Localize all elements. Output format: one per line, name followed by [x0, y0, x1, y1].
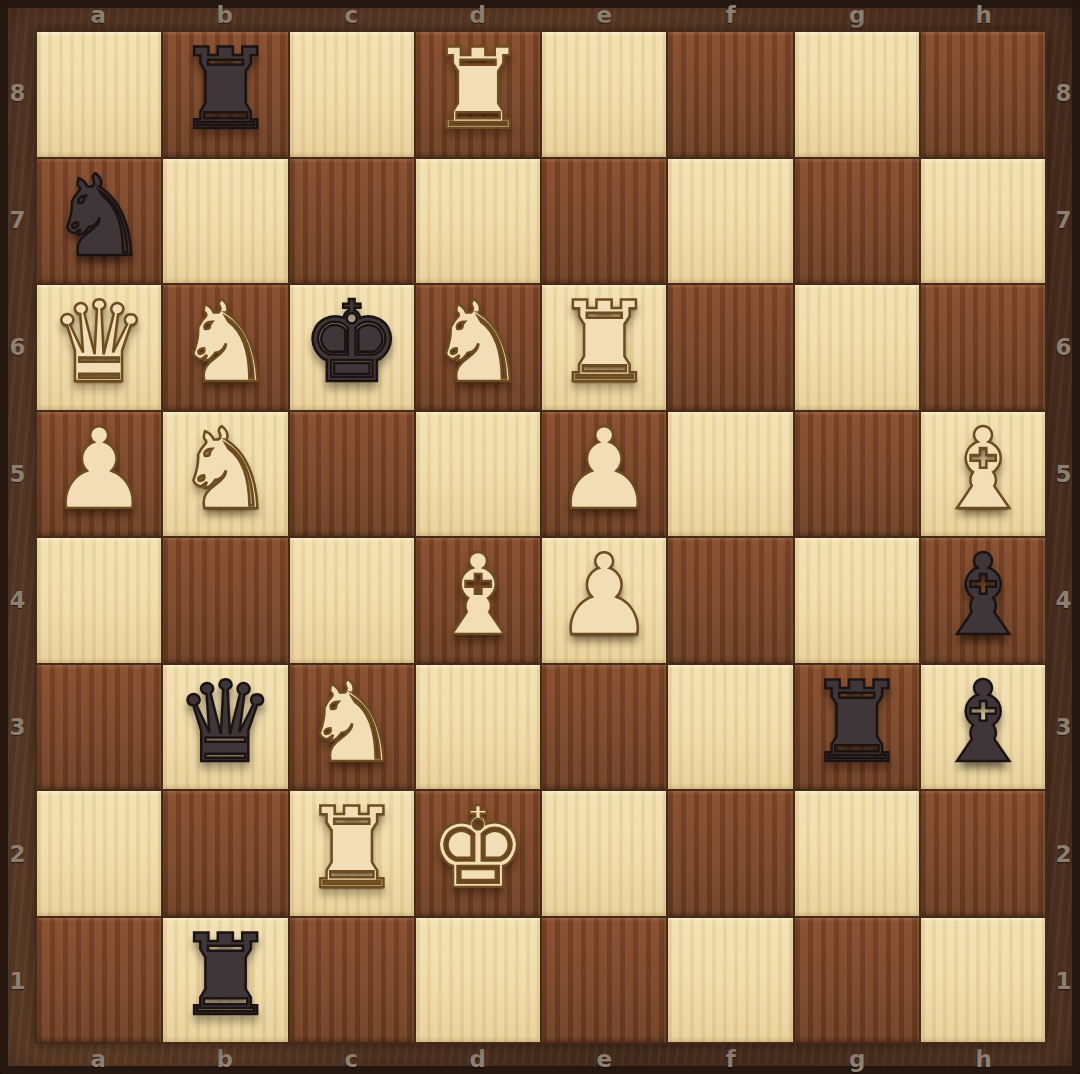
square-d7[interactable]: [416, 159, 540, 284]
square-g1[interactable]: [795, 918, 919, 1043]
square-f4[interactable]: [668, 538, 792, 663]
chess-board: ♜♜♞♛♞♚♞♜♟♞♟♝♝♟♝♛♞♜♝♜♚♜: [35, 30, 1047, 1044]
piece-white-knight[interactable]: ♞: [175, 413, 275, 525]
square-e5[interactable]: ♟: [542, 412, 666, 537]
file-label-e: e: [541, 1044, 668, 1074]
square-g5[interactable]: [795, 412, 919, 537]
piece-black-knight[interactable]: ♞: [49, 160, 149, 272]
piece-black-rook[interactable]: ♜: [806, 666, 906, 778]
piece-white-pawn[interactable]: ♟: [554, 413, 654, 525]
file-label-c: c: [288, 0, 415, 30]
file-label-b: b: [162, 1044, 289, 1074]
square-f6[interactable]: [668, 285, 792, 410]
rank-label-7: 7: [0, 157, 35, 284]
square-a8[interactable]: [37, 32, 161, 157]
square-a7[interactable]: ♞: [37, 159, 161, 284]
rank-label-5: 5: [0, 410, 35, 537]
piece-black-bishop[interactable]: ♝: [933, 539, 1033, 651]
piece-white-king[interactable]: ♚: [428, 792, 528, 904]
piece-black-king[interactable]: ♚: [301, 286, 401, 398]
square-e4[interactable]: ♟: [542, 538, 666, 663]
piece-white-bishop[interactable]: ♝: [428, 539, 528, 651]
square-c2[interactable]: ♜: [290, 791, 414, 916]
square-d5[interactable]: [416, 412, 540, 537]
square-a4[interactable]: [37, 538, 161, 663]
rank-label-2: 2: [0, 791, 35, 918]
file-labels-bottom: abcdefgh: [35, 1044, 1047, 1074]
rank-label-4: 4: [1047, 537, 1080, 664]
square-g2[interactable]: [795, 791, 919, 916]
rank-label-8: 8: [0, 30, 35, 157]
piece-black-rook[interactable]: ♜: [175, 919, 275, 1031]
piece-white-rook[interactable]: ♜: [301, 792, 401, 904]
square-c4[interactable]: [290, 538, 414, 663]
square-h5[interactable]: ♝: [921, 412, 1045, 537]
piece-white-bishop[interactable]: ♝: [933, 413, 1033, 525]
square-h7[interactable]: [921, 159, 1045, 284]
rank-label-4: 4: [0, 537, 35, 664]
square-b5[interactable]: ♞: [163, 412, 287, 537]
square-b8[interactable]: ♜: [163, 32, 287, 157]
square-c1[interactable]: [290, 918, 414, 1043]
square-h8[interactable]: [921, 32, 1045, 157]
piece-white-knight[interactable]: ♞: [428, 286, 528, 398]
file-label-e: e: [541, 0, 668, 30]
piece-black-queen[interactable]: ♛: [175, 666, 275, 778]
square-c8[interactable]: [290, 32, 414, 157]
square-d2[interactable]: ♚: [416, 791, 540, 916]
piece-white-knight[interactable]: ♞: [301, 666, 401, 778]
square-g3[interactable]: ♜: [795, 665, 919, 790]
square-g8[interactable]: [795, 32, 919, 157]
piece-white-pawn[interactable]: ♟: [49, 413, 149, 525]
piece-white-queen[interactable]: ♛: [49, 286, 149, 398]
square-c6[interactable]: ♚: [290, 285, 414, 410]
square-f2[interactable]: [668, 791, 792, 916]
square-e7[interactable]: [542, 159, 666, 284]
piece-black-bishop[interactable]: ♝: [933, 666, 1033, 778]
square-e8[interactable]: [542, 32, 666, 157]
square-b1[interactable]: ♜: [163, 918, 287, 1043]
square-e6[interactable]: ♜: [542, 285, 666, 410]
square-a1[interactable]: [37, 918, 161, 1043]
piece-white-knight[interactable]: ♞: [175, 286, 275, 398]
square-a2[interactable]: [37, 791, 161, 916]
square-g4[interactable]: [795, 538, 919, 663]
piece-white-pawn[interactable]: ♟: [554, 539, 654, 651]
rank-labels-left: 87654321: [0, 30, 35, 1044]
square-d3[interactable]: [416, 665, 540, 790]
square-e2[interactable]: [542, 791, 666, 916]
square-g7[interactable]: [795, 159, 919, 284]
square-a5[interactable]: ♟: [37, 412, 161, 537]
square-b4[interactable]: [163, 538, 287, 663]
square-c7[interactable]: [290, 159, 414, 284]
square-f5[interactable]: [668, 412, 792, 537]
square-b2[interactable]: [163, 791, 287, 916]
square-h2[interactable]: [921, 791, 1045, 916]
file-label-a: a: [35, 1044, 162, 1074]
square-b7[interactable]: [163, 159, 287, 284]
rank-label-5: 5: [1047, 410, 1080, 537]
square-a3[interactable]: [37, 665, 161, 790]
square-h3[interactable]: ♝: [921, 665, 1045, 790]
rank-label-1: 1: [0, 917, 35, 1044]
square-a6[interactable]: ♛: [37, 285, 161, 410]
square-c5[interactable]: [290, 412, 414, 537]
square-d6[interactable]: ♞: [416, 285, 540, 410]
square-e3[interactable]: [542, 665, 666, 790]
rank-label-3: 3: [0, 664, 35, 791]
file-label-g: g: [794, 0, 921, 30]
square-b6[interactable]: ♞: [163, 285, 287, 410]
square-f3[interactable]: [668, 665, 792, 790]
rank-label-3: 3: [1047, 664, 1080, 791]
rank-label-8: 8: [1047, 30, 1080, 157]
piece-white-rook[interactable]: ♜: [428, 33, 528, 145]
file-label-d: d: [415, 1044, 542, 1074]
rank-label-7: 7: [1047, 157, 1080, 284]
file-label-a: a: [35, 0, 162, 30]
rank-label-6: 6: [0, 284, 35, 411]
file-label-h: h: [921, 1044, 1048, 1074]
file-label-c: c: [288, 1044, 415, 1074]
piece-black-rook[interactable]: ♜: [175, 33, 275, 145]
rank-label-6: 6: [1047, 284, 1080, 411]
rank-label-2: 2: [1047, 791, 1080, 918]
square-f1[interactable]: [668, 918, 792, 1043]
file-label-g: g: [794, 1044, 921, 1074]
square-h1[interactable]: [921, 918, 1045, 1043]
square-d4[interactable]: ♝: [416, 538, 540, 663]
file-label-f: f: [668, 1044, 795, 1074]
square-h4[interactable]: ♝: [921, 538, 1045, 663]
rank-label-1: 1: [1047, 917, 1080, 1044]
square-d1[interactable]: [416, 918, 540, 1043]
square-g6[interactable]: [795, 285, 919, 410]
square-f8[interactable]: [668, 32, 792, 157]
piece-white-rook[interactable]: ♜: [554, 286, 654, 398]
file-label-f: f: [668, 0, 795, 30]
square-f7[interactable]: [668, 159, 792, 284]
rank-labels-right: 87654321: [1047, 30, 1080, 1044]
square-c3[interactable]: ♞: [290, 665, 414, 790]
chess-board-frame: abcdefgh abcdefgh 87654321 87654321 ♜♜♞♛…: [0, 0, 1080, 1074]
square-d8[interactable]: ♜: [416, 32, 540, 157]
file-label-h: h: [921, 0, 1048, 30]
square-e1[interactable]: [542, 918, 666, 1043]
square-h6[interactable]: [921, 285, 1045, 410]
square-b3[interactable]: ♛: [163, 665, 287, 790]
